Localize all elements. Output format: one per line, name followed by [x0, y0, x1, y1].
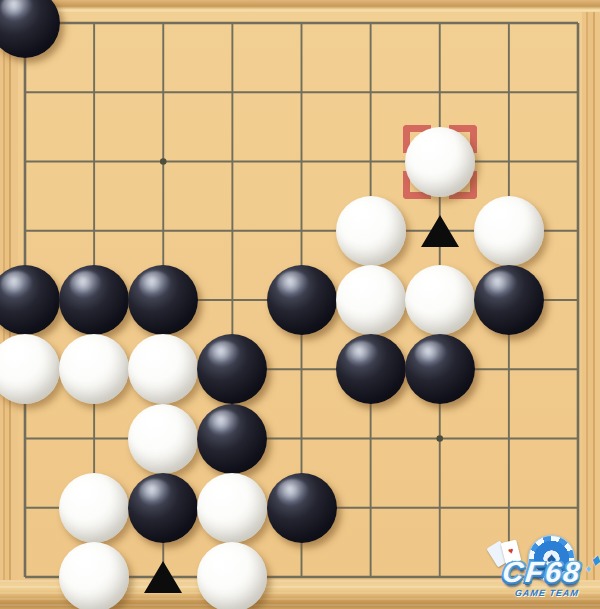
go-board[interactable]: ♥ ♦ ♠ ♦ ♦ CF68 GAME TEAM [0, 0, 600, 609]
stone-black [128, 473, 198, 543]
stone-white [59, 334, 129, 404]
stone-black [405, 334, 475, 404]
watermark-subtitle: GAME TEAM [492, 588, 600, 598]
star-point [436, 435, 443, 442]
stone-black [59, 265, 129, 335]
cf68-watermark: ♥ ♦ ♠ ♦ ♦ CF68 GAME TEAM [483, 534, 600, 606]
watermark-title: CF68 [481, 558, 600, 587]
stone-white [59, 542, 129, 609]
stone-black [474, 265, 544, 335]
stone-white [336, 265, 406, 335]
stone-white [405, 265, 475, 335]
stone-white [336, 196, 406, 266]
stone-black [267, 473, 337, 543]
stone-white [197, 542, 267, 609]
stone-white [474, 196, 544, 266]
stone-white [197, 473, 267, 543]
stone-black [267, 265, 337, 335]
stone-black [128, 265, 198, 335]
stone-white [128, 404, 198, 474]
stone-white [59, 473, 129, 543]
triangle-marker [421, 215, 459, 247]
triangle-marker [144, 561, 182, 593]
stone-white [405, 127, 475, 197]
stone-black [336, 334, 406, 404]
star-point [160, 158, 167, 165]
stone-black [197, 404, 267, 474]
